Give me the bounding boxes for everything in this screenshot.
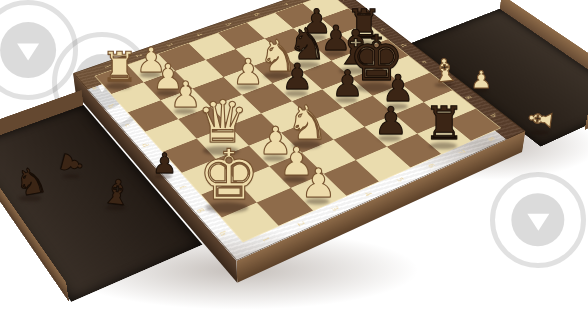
chess-set-photo: aa11bb22cc33dd44ee55ff66gg77hh88 ♜♟♟♟♛♚♟… xyxy=(0,0,588,320)
scene: aa11bb22cc33dd44ee55ff66gg77hh88 xyxy=(0,0,588,320)
chess-box: aa11bb22cc33dd44ee55ff66gg77hh88 xyxy=(76,2,522,282)
